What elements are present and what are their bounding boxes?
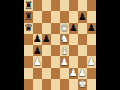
square-a5[interactable] (24, 34, 33, 45)
square-g8[interactable] (78, 0, 87, 11)
square-b8[interactable] (33, 0, 42, 11)
square-c8[interactable] (42, 0, 51, 11)
square-d4[interactable] (51, 45, 60, 56)
square-c1[interactable] (42, 79, 51, 90)
piece-black-pawn[interactable]: ♟ (42, 34, 51, 44)
square-h3[interactable]: ♟ (87, 56, 96, 67)
square-d1[interactable] (51, 79, 60, 90)
square-g3[interactable] (78, 56, 87, 67)
square-a8[interactable]: ♜ (24, 0, 33, 11)
left-black-bar (0, 0, 24, 90)
square-h5[interactable] (87, 34, 96, 45)
square-d7[interactable] (51, 11, 60, 22)
square-b3[interactable]: ♟ (33, 56, 42, 67)
square-f4[interactable] (69, 45, 78, 56)
piece-black-pawn[interactable]: ♟ (69, 23, 78, 33)
square-h6[interactable]: ♟ (87, 23, 96, 34)
piece-black-rook[interactable]: ♜ (24, 12, 33, 22)
square-h4[interactable] (87, 45, 96, 56)
square-d2[interactable] (51, 68, 60, 79)
square-e4[interactable]: ♝ (60, 45, 69, 56)
square-e7[interactable] (60, 11, 69, 22)
square-a4[interactable] (24, 45, 33, 56)
square-f1[interactable] (69, 79, 78, 90)
square-e8[interactable] (60, 0, 69, 11)
square-g1[interactable]: ♚ (78, 79, 87, 90)
square-e2[interactable] (60, 68, 69, 79)
piece-white-knight[interactable]: ♞ (60, 34, 69, 44)
square-b7[interactable] (33, 11, 42, 22)
chess-board[interactable]: ♜♜♟♛♛♟♟♟♟♞♟♝♟♟♟♟♟♚ (24, 0, 96, 90)
piece-white-king[interactable]: ♚ (78, 79, 87, 89)
piece-white-pawn[interactable]: ♟ (87, 57, 96, 67)
square-f2[interactable]: ♟ (69, 68, 78, 79)
square-d3[interactable] (51, 56, 60, 67)
square-h7[interactable] (87, 11, 96, 22)
square-f6[interactable]: ♟ (69, 23, 78, 34)
piece-black-queen[interactable]: ♛ (24, 23, 33, 33)
square-c2[interactable] (42, 68, 51, 79)
piece-black-pawn[interactable]: ♟ (87, 23, 96, 33)
square-c3[interactable] (42, 56, 51, 67)
square-f7[interactable] (69, 11, 78, 22)
piece-white-queen[interactable]: ♛ (60, 23, 69, 33)
square-e5[interactable]: ♞ (60, 34, 69, 45)
square-b4[interactable]: ♟ (33, 45, 42, 56)
square-g7[interactable]: ♟ (78, 11, 87, 22)
square-a1[interactable] (24, 79, 33, 90)
square-b1[interactable] (33, 79, 42, 90)
piece-white-pawn[interactable]: ♟ (60, 57, 69, 67)
square-d8[interactable] (51, 0, 60, 11)
square-h8[interactable] (87, 0, 96, 11)
square-g6[interactable] (78, 23, 87, 34)
screenshot-stage: ♜♜♟♛♛♟♟♟♟♞♟♝♟♟♟♟♟♚ (0, 0, 120, 90)
square-a6[interactable]: ♛ (24, 23, 33, 34)
square-c5[interactable]: ♟ (42, 34, 51, 45)
square-d5[interactable] (51, 34, 60, 45)
square-b2[interactable] (33, 68, 42, 79)
piece-white-pawn[interactable]: ♟ (33, 57, 42, 67)
piece-white-bishop[interactable]: ♝ (60, 46, 69, 56)
square-f8[interactable] (69, 0, 78, 11)
square-c4[interactable] (42, 45, 51, 56)
square-f3[interactable] (69, 56, 78, 67)
square-a7[interactable]: ♜ (24, 11, 33, 22)
square-h2[interactable] (87, 68, 96, 79)
piece-black-pawn[interactable]: ♟ (33, 46, 42, 56)
piece-black-pawn[interactable]: ♟ (33, 34, 42, 44)
square-e3[interactable]: ♟ (60, 56, 69, 67)
square-a3[interactable] (24, 56, 33, 67)
square-a2[interactable] (24, 68, 33, 79)
piece-white-pawn[interactable]: ♟ (69, 68, 78, 78)
piece-white-pawn[interactable]: ♟ (78, 68, 87, 78)
piece-black-rook[interactable]: ♜ (24, 1, 33, 11)
square-e1[interactable] (60, 79, 69, 90)
square-f5[interactable] (69, 34, 78, 45)
square-d6[interactable] (51, 23, 60, 34)
square-g4[interactable] (78, 45, 87, 56)
square-g5[interactable] (78, 34, 87, 45)
piece-black-pawn[interactable]: ♟ (78, 12, 87, 22)
right-black-bar (96, 0, 120, 90)
square-b5[interactable]: ♟ (33, 34, 42, 45)
square-c7[interactable] (42, 11, 51, 22)
square-h1[interactable] (87, 79, 96, 90)
